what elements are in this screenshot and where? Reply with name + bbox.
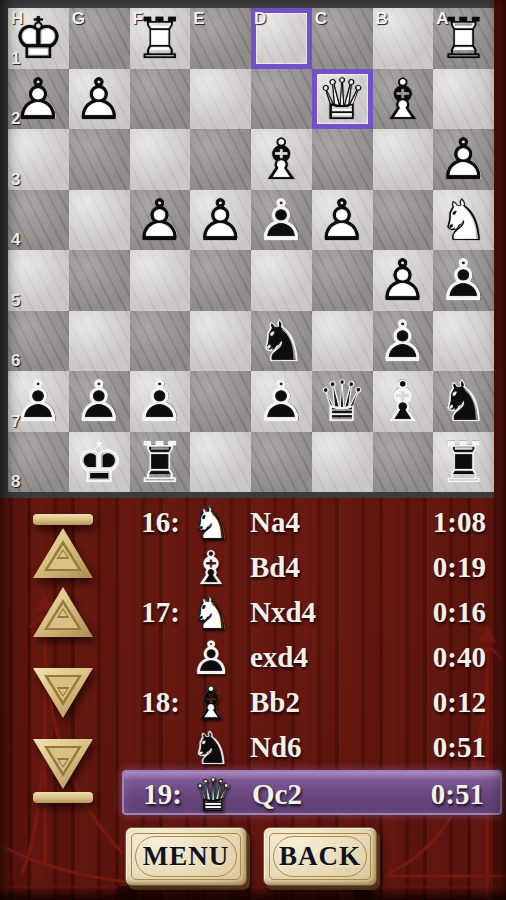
square-d8[interactable] [251, 432, 312, 493]
skip-to-end-icon [33, 739, 93, 803]
move-list: 16:♞♘Na41:08♝♗Bd40:1917:♞♘Nxd40:16♟♙exd4… [122, 500, 502, 815]
square-g3[interactable] [69, 129, 130, 190]
white-pawn: ♟♙ [69, 69, 130, 130]
square-a1[interactable]: A♜♖ [433, 8, 494, 69]
move-time: 0:51 [420, 778, 500, 811]
black-pawn: ♟♙ [433, 250, 494, 311]
square-f3[interactable] [130, 129, 191, 190]
move-row-Nxd4[interactable]: 17:♞♘Nxd40:16 [122, 590, 502, 635]
square-d2[interactable] [251, 69, 312, 130]
square-e8[interactable] [190, 432, 251, 493]
square-d5[interactable] [251, 250, 312, 311]
move-row-Na4[interactable]: 16:♞♘Na41:08 [122, 500, 502, 545]
black-knight: ♞♘ [433, 371, 494, 432]
move-row-Qc2-selected[interactable]: 19:♛♕Qc20:51 [122, 770, 502, 815]
skip-to-start-icon [33, 514, 93, 578]
square-g2[interactable]: ♟♙ [69, 69, 130, 130]
square-d1[interactable]: D [251, 8, 312, 69]
black-pawn: ♟♙ [130, 371, 191, 432]
square-c8[interactable] [312, 432, 373, 493]
square-b4[interactable] [373, 190, 434, 251]
file-label: G [72, 10, 85, 27]
file-label: C [315, 10, 327, 27]
black-rook: ♜♖ [130, 432, 191, 493]
square-h2[interactable]: 2♟♙ [8, 69, 69, 130]
rank-label: 6 [11, 352, 20, 369]
white-bishop: ♝♗ [251, 129, 312, 190]
square-g4[interactable] [69, 190, 130, 251]
square-d3[interactable]: ♝♗ [251, 129, 312, 190]
white-pawn: ♟♙ [433, 129, 494, 190]
square-d7[interactable]: ♟♙ [251, 371, 312, 432]
square-f4[interactable]: ♟♙ [130, 190, 191, 251]
black-pawn: ♟♙ [373, 311, 434, 372]
file-label: H [11, 10, 23, 27]
black-rook: ♜♖ [433, 432, 494, 493]
black-bishop-icon: ♝♗ [184, 545, 238, 590]
square-h6[interactable]: 6 [8, 311, 69, 372]
move-san: exd4 [238, 641, 422, 674]
square-c3[interactable] [312, 129, 373, 190]
move-time: 0:16 [422, 596, 502, 629]
file-label: E [193, 10, 204, 27]
rank-label: 2 [11, 110, 20, 127]
move-time: 1:08 [422, 506, 502, 539]
square-g8[interactable]: ♚♔ [69, 432, 130, 493]
move-san: Bd4 [238, 551, 422, 584]
square-e6[interactable] [190, 311, 251, 372]
nav-first-move-button[interactable] [33, 514, 93, 578]
menu-button[interactable]: MENU [125, 827, 247, 886]
square-a4[interactable]: ♞♘ [433, 190, 494, 251]
square-c5[interactable] [312, 250, 373, 311]
white-queen-icon: ♛♕ [186, 772, 240, 817]
move-san: Nd6 [238, 731, 422, 764]
square-d6[interactable]: ♞♘ [251, 311, 312, 372]
square-f7[interactable]: ♟♙ [130, 371, 191, 432]
square-b7[interactable]: ♝♗ [373, 371, 434, 432]
move-san: Bb2 [238, 686, 422, 719]
file-label: A [436, 10, 448, 27]
square-d4[interactable]: ♟♙ [251, 190, 312, 251]
nav-next-move-button[interactable] [33, 668, 93, 718]
square-c2[interactable]: ♛♕ [312, 69, 373, 130]
black-queen: ♛♕ [312, 371, 373, 432]
square-f8[interactable]: ♜♖ [130, 432, 191, 493]
bottom-shade [0, 887, 506, 900]
move-row-Nd6[interactable]: ♞♘Nd60:51 [122, 725, 502, 770]
nav-last-move-button[interactable] [33, 739, 93, 803]
square-f5[interactable] [130, 250, 191, 311]
square-a6[interactable] [433, 311, 494, 372]
white-bishop-icon: ♝♗ [184, 680, 238, 725]
rank-label: 5 [11, 292, 20, 309]
square-g7[interactable]: ♟♙ [69, 371, 130, 432]
move-number: 17: [122, 596, 184, 629]
move-time: 0:12 [422, 686, 502, 719]
black-knight-icon: ♞♘ [184, 725, 238, 770]
square-a7[interactable]: ♞♘ [433, 371, 494, 432]
triangle-up-icon [33, 587, 93, 637]
square-c4[interactable]: ♟♙ [312, 190, 373, 251]
square-f6[interactable] [130, 311, 191, 372]
move-time: 0:40 [422, 641, 502, 674]
square-b6[interactable]: ♟♙ [373, 311, 434, 372]
square-f1[interactable]: F♜♖ [130, 8, 191, 69]
white-bishop: ♝♗ [373, 69, 434, 130]
move-san: Qc2 [240, 778, 420, 811]
white-knight-icon: ♞♘ [184, 500, 238, 545]
rank-label: 4 [11, 231, 20, 248]
white-knight: ♞♘ [433, 190, 494, 251]
chess-board: H1♚♔GF♜♖EDCBA♜♖2♟♙♟♙♛♕♝♗3♝♗♟♙4♟♙♟♙♟♙♟♙♞♘… [8, 8, 494, 492]
square-g6[interactable] [69, 311, 130, 372]
square-g5[interactable] [69, 250, 130, 311]
menu-button-label: MENU [126, 828, 246, 885]
move-time: 0:19 [422, 551, 502, 584]
square-f2[interactable] [130, 69, 191, 130]
black-pawn: ♟♙ [251, 371, 312, 432]
square-b8[interactable] [373, 432, 434, 493]
move-row-Bd4[interactable]: ♝♗Bd40:19 [122, 545, 502, 590]
square-e4[interactable]: ♟♙ [190, 190, 251, 251]
black-king: ♚♔ [69, 432, 130, 493]
file-label: B [376, 10, 388, 27]
white-knight-icon: ♞♘ [184, 590, 238, 635]
square-h1[interactable]: H1♚♔ [8, 8, 69, 69]
square-c6[interactable] [312, 311, 373, 372]
rank-label: 8 [11, 473, 20, 490]
white-pawn: ♟♙ [373, 250, 434, 311]
file-label: D [254, 10, 266, 27]
square-c1[interactable]: C [312, 8, 373, 69]
board-frame: H1♚♔GF♜♖EDCBA♜♖2♟♙♟♙♛♕♝♗3♝♗♟♙4♟♙♟♙♟♙♟♙♞♘… [0, 0, 494, 498]
square-g1[interactable]: G [69, 8, 130, 69]
square-a3[interactable]: ♟♙ [433, 129, 494, 190]
rank-label: 3 [11, 171, 20, 188]
square-e5[interactable] [190, 250, 251, 311]
square-h8[interactable]: 8 [8, 432, 69, 493]
black-knight: ♞♘ [251, 311, 312, 372]
square-b1[interactable]: B [373, 8, 434, 69]
square-e2[interactable] [190, 69, 251, 130]
square-b2[interactable]: ♝♗ [373, 69, 434, 130]
nav-previous-move-button[interactable] [33, 587, 93, 637]
move-number: 16: [122, 506, 184, 539]
chess-app: H1♚♔GF♜♖EDCBA♜♖2♟♙♟♙♛♕♝♗3♝♗♟♙4♟♙♟♙♟♙♟♙♞♘… [0, 0, 506, 900]
move-number: 19: [124, 778, 186, 811]
rank-label: 7 [11, 413, 20, 430]
square-e7[interactable] [190, 371, 251, 432]
square-h7[interactable]: 7♟♙ [8, 371, 69, 432]
move-number: 18: [122, 686, 184, 719]
square-h5[interactable]: 5 [8, 250, 69, 311]
square-e3[interactable] [190, 129, 251, 190]
move-row-Bb2[interactable]: 18:♝♗Bb20:12 [122, 680, 502, 725]
move-san: Na4 [238, 506, 422, 539]
file-label: F [133, 10, 143, 27]
black-bishop: ♝♗ [373, 371, 434, 432]
rank-label: 1 [11, 50, 20, 67]
black-pawn: ♟♙ [69, 371, 130, 432]
white-pawn: ♟♙ [130, 190, 191, 251]
square-h3[interactable]: 3 [8, 129, 69, 190]
black-pawn: ♟♙ [251, 190, 312, 251]
square-c7[interactable]: ♛♕ [312, 371, 373, 432]
move-san: Nxd4 [238, 596, 422, 629]
triangle-down-icon [33, 668, 93, 718]
black-pawn-icon: ♟♙ [184, 635, 238, 680]
square-b5[interactable]: ♟♙ [373, 250, 434, 311]
move-time: 0:51 [422, 731, 502, 764]
square-a8[interactable]: ♜♖ [433, 432, 494, 493]
square-a2[interactable] [433, 69, 494, 130]
square-h4[interactable]: 4 [8, 190, 69, 251]
white-pawn: ♟♙ [312, 190, 373, 251]
white-pawn: ♟♙ [190, 190, 251, 251]
back-button-label: BACK [264, 828, 376, 885]
white-queen: ♛♕ [312, 69, 373, 130]
back-button[interactable]: BACK [263, 827, 377, 886]
square-a5[interactable]: ♟♙ [433, 250, 494, 311]
square-e1[interactable]: E [190, 8, 251, 69]
square-b3[interactable] [373, 129, 434, 190]
move-row-exd4[interactable]: ♟♙exd40:40 [122, 635, 502, 680]
